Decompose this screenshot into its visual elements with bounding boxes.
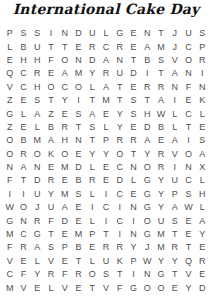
grid-cell-r2c6[interactable]: E <box>72 40 86 53</box>
grid-cell-r5c11[interactable]: R <box>140 81 154 94</box>
grid-cell-r18c11[interactable]: W <box>140 255 154 268</box>
grid-cell-r18c10[interactable]: P <box>127 255 141 268</box>
grid-cell-r16c2[interactable]: C <box>17 228 31 241</box>
grid-cell-r9c3[interactable]: M <box>30 134 44 147</box>
grid-cell-r3c4[interactable]: F <box>44 54 58 67</box>
grid-cell-r8c7[interactable]: S <box>85 121 99 134</box>
grid-cell-r10c13[interactable]: V <box>168 148 182 161</box>
grid-cell-r9c11[interactable]: A <box>140 134 154 147</box>
grid-cell-r5c15[interactable]: N <box>195 81 209 94</box>
grid-cell-r19c12[interactable]: G <box>154 268 168 281</box>
grid-cell-r4c9[interactable]: U <box>113 67 127 80</box>
grid-cell-r6c5[interactable]: Y <box>58 94 72 107</box>
grid-cell-r5c12[interactable]: R <box>154 81 168 94</box>
grid-cell-r20c12[interactable]: O <box>154 281 168 294</box>
grid-cell-r15c14[interactable]: E <box>182 214 196 227</box>
grid-cell-r20c7[interactable]: T <box>85 281 99 294</box>
grid-cell-r16c5[interactable]: E <box>58 228 72 241</box>
grid-cell-r14c9[interactable]: I <box>113 201 127 214</box>
grid-cell-r3c12[interactable]: S <box>154 54 168 67</box>
grid-cell-r13c12[interactable]: Y <box>154 188 168 201</box>
grid-cell-r19c13[interactable]: T <box>168 268 182 281</box>
grid-cell-r5c8[interactable]: A <box>99 81 113 94</box>
grid-cell-r11c6[interactable]: D <box>72 161 86 174</box>
grid-cell-r17c2[interactable]: R <box>17 241 31 254</box>
grid-cell-r8c8[interactable]: L <box>99 121 113 134</box>
grid-cell-r15c1[interactable]: G <box>3 214 17 227</box>
grid-cell-r15c5[interactable]: D <box>58 214 72 227</box>
grid-cell-r14c2[interactable]: O <box>17 201 31 214</box>
grid-cell-r6c4[interactable]: T <box>44 94 58 107</box>
grid-cell-r10c2[interactable]: R <box>17 148 31 161</box>
grid-cell-r7c12[interactable]: W <box>154 107 168 120</box>
grid-cell-r20c2[interactable]: V <box>17 281 31 294</box>
grid-cell-r4c3[interactable]: R <box>30 67 44 80</box>
grid-cell-r1c15[interactable]: S <box>195 27 209 40</box>
grid-cell-r2c4[interactable]: T <box>44 40 58 53</box>
grid-cell-r11c14[interactable]: N <box>182 161 196 174</box>
grid-cell-r9c12[interactable]: E <box>154 134 168 147</box>
grid-cell-r10c14[interactable]: O <box>182 148 196 161</box>
grid-cell-r6c3[interactable]: S <box>30 94 44 107</box>
grid-cell-r20c3[interactable]: E <box>30 281 44 294</box>
grid-cell-r4c12[interactable]: T <box>154 67 168 80</box>
grid-cell-r10c10[interactable]: T <box>127 148 141 161</box>
grid-cell-r13c10[interactable]: E <box>127 188 141 201</box>
grid-cell-r1c14[interactable]: U <box>182 27 196 40</box>
grid-cell-r1c5[interactable]: N <box>58 27 72 40</box>
grid-cell-r2c5[interactable]: T <box>58 40 72 53</box>
grid-cell-r20c5[interactable]: V <box>58 281 72 294</box>
grid-cell-r20c13[interactable]: E <box>168 281 182 294</box>
grid-cell-r18c4[interactable]: V <box>44 255 58 268</box>
grid-cell-r16c9[interactable]: I <box>113 228 127 241</box>
grid-cell-r7c8[interactable]: E <box>99 107 113 120</box>
grid-cell-r10c12[interactable]: R <box>154 148 168 161</box>
grid-cell-r13c15[interactable]: H <box>195 188 209 201</box>
grid-cell-r5c14[interactable]: F <box>182 81 196 94</box>
grid-cell-r1c2[interactable]: S <box>17 27 31 40</box>
grid-cell-r11c13[interactable]: I <box>168 161 182 174</box>
grid-cell-r6c14[interactable]: E <box>182 94 196 107</box>
grid-cell-r12c9[interactable]: D <box>113 174 127 187</box>
grid-cell-r4c8[interactable]: R <box>99 67 113 80</box>
grid-cell-r6c10[interactable]: S <box>127 94 141 107</box>
grid-cell-r6c15[interactable]: K <box>195 94 209 107</box>
grid-cell-r3c2[interactable]: H <box>17 54 31 67</box>
grid-cell-r5c9[interactable]: T <box>113 81 127 94</box>
grid-cell-r11c12[interactable]: R <box>154 161 168 174</box>
grid-cell-r5c7[interactable]: L <box>85 81 99 94</box>
grid-cell-r11c2[interactable]: A <box>17 161 31 174</box>
grid-cell-r2c8[interactable]: C <box>99 40 113 53</box>
grid-cell-r6c2[interactable]: E <box>17 94 31 107</box>
grid-cell-r5c6[interactable]: O <box>72 81 86 94</box>
grid-cell-r2c14[interactable]: C <box>182 40 196 53</box>
grid-cell-r1c7[interactable]: U <box>85 27 99 40</box>
grid-cell-r12c11[interactable]: G <box>140 174 154 187</box>
grid-cell-r7c2[interactable]: L <box>17 107 31 120</box>
grid-cell-r4c2[interactable]: C <box>17 67 31 80</box>
grid-cell-r20c9[interactable]: F <box>113 281 127 294</box>
grid-cell-r3c15[interactable]: R <box>195 54 209 67</box>
grid-cell-r17c7[interactable]: E <box>85 241 99 254</box>
grid-cell-r12c12[interactable]: Y <box>154 174 168 187</box>
grid-cell-r13c8[interactable]: I <box>99 188 113 201</box>
grid-cell-r11c9[interactable]: C <box>113 161 127 174</box>
grid-cell-r9c15[interactable]: S <box>195 134 209 147</box>
grid-cell-r16c8[interactable]: T <box>99 228 113 241</box>
grid-cell-r18c6[interactable]: T <box>72 255 86 268</box>
grid-cell-r13c2[interactable]: I <box>17 188 31 201</box>
grid-cell-r15c9[interactable]: C <box>113 214 127 227</box>
grid-cell-r4c4[interactable]: E <box>44 67 58 80</box>
grid-cell-r10c11[interactable]: Y <box>140 148 154 161</box>
grid-cell-r11c8[interactable]: E <box>99 161 113 174</box>
grid-cell-r18c3[interactable]: L <box>30 255 44 268</box>
grid-cell-r7c13[interactable]: L <box>168 107 182 120</box>
grid-cell-r19c1[interactable]: C <box>3 268 17 281</box>
grid-cell-r3c5[interactable]: O <box>58 54 72 67</box>
grid-cell-r8c15[interactable]: E <box>195 121 209 134</box>
grid-cell-r15c8[interactable]: I <box>99 214 113 227</box>
grid-cell-r9c13[interactable]: A <box>168 134 182 147</box>
grid-cell-r18c9[interactable]: K <box>113 255 127 268</box>
grid-cell-r3c14[interactable]: O <box>182 54 196 67</box>
grid-cell-r8c10[interactable]: E <box>127 121 141 134</box>
grid-cell-r15c6[interactable]: E <box>72 214 86 227</box>
grid-cell-r2c2[interactable]: B <box>17 40 31 53</box>
grid-cell-r5c3[interactable]: H <box>30 81 44 94</box>
grid-cell-r15c15[interactable]: A <box>195 214 209 227</box>
grid-cell-r4c10[interactable]: D <box>127 67 141 80</box>
grid-cell-r18c8[interactable]: U <box>99 255 113 268</box>
grid-cell-r20c10[interactable]: G <box>127 281 141 294</box>
grid-cell-r2c7[interactable]: R <box>85 40 99 53</box>
grid-cell-r14c8[interactable]: C <box>99 201 113 214</box>
grid-cell-r13c4[interactable]: Y <box>44 188 58 201</box>
grid-cell-r19c7[interactable]: O <box>85 268 99 281</box>
grid-cell-r12c14[interactable]: C <box>182 174 196 187</box>
grid-cell-r9c14[interactable]: I <box>182 134 196 147</box>
grid-cell-r9c10[interactable]: R <box>127 134 141 147</box>
grid-cell-r19c9[interactable]: T <box>113 268 127 281</box>
grid-cell-r9c9[interactable]: R <box>113 134 127 147</box>
grid-cell-r19c6[interactable]: R <box>72 268 86 281</box>
grid-cell-r9c5[interactable]: H <box>58 134 72 147</box>
grid-cell-r8c9[interactable]: Y <box>113 121 127 134</box>
grid-cell-r3c10[interactable]: T <box>127 54 141 67</box>
grid-cell-r12c1[interactable]: F <box>3 174 17 187</box>
grid-cell-r5c2[interactable]: C <box>17 81 31 94</box>
grid-cell-r13c9[interactable]: C <box>113 188 127 201</box>
grid-cell-r3c7[interactable]: D <box>85 54 99 67</box>
grid-cell-r18c7[interactable]: L <box>85 255 99 268</box>
grid-cell-r8c2[interactable]: E <box>17 121 31 134</box>
grid-cell-r7c4[interactable]: Z <box>44 107 58 120</box>
grid-cell-r13c11[interactable]: G <box>140 188 154 201</box>
grid-cell-r10c8[interactable]: Y <box>99 148 113 161</box>
grid-cell-r14c5[interactable]: A <box>58 201 72 214</box>
grid-cell-r20c4[interactable]: L <box>44 281 58 294</box>
grid-cell-r9c6[interactable]: N <box>72 134 86 147</box>
grid-cell-r17c3[interactable]: A <box>30 241 44 254</box>
grid-cell-r2c10[interactable]: E <box>127 40 141 53</box>
grid-cell-r11c15[interactable]: X <box>195 161 209 174</box>
grid-cell-r1c10[interactable]: E <box>127 27 141 40</box>
grid-cell-r17c4[interactable]: S <box>44 241 58 254</box>
grid-cell-r9c8[interactable]: P <box>99 134 113 147</box>
grid-cell-r1c11[interactable]: N <box>140 27 154 40</box>
grid-cell-r3c6[interactable]: N <box>72 54 86 67</box>
grid-cell-r16c14[interactable]: E <box>182 228 196 241</box>
grid-cell-r20c1[interactable]: M <box>3 281 17 294</box>
grid-cell-r3c8[interactable]: A <box>99 54 113 67</box>
grid-cell-r19c14[interactable]: V <box>182 268 196 281</box>
grid-cell-r13c13[interactable]: P <box>168 188 182 201</box>
grid-cell-r12c4[interactable]: R <box>44 174 58 187</box>
grid-cell-r17c9[interactable]: R <box>113 241 127 254</box>
grid-cell-r15c4[interactable]: F <box>44 214 58 227</box>
grid-cell-r6c9[interactable]: T <box>113 94 127 107</box>
grid-cell-r18c14[interactable]: Q <box>182 255 196 268</box>
grid-cell-r8c6[interactable]: T <box>72 121 86 134</box>
grid-cell-r1c9[interactable]: G <box>113 27 127 40</box>
grid-cell-r11c10[interactable]: N <box>127 161 141 174</box>
grid-cell-r20c14[interactable]: Y <box>182 281 196 294</box>
grid-cell-r3c9[interactable]: N <box>113 54 127 67</box>
grid-cell-r11c7[interactable]: L <box>85 161 99 174</box>
grid-cell-r4c1[interactable]: Q <box>3 67 17 80</box>
grid-cell-r16c12[interactable]: M <box>154 228 168 241</box>
grid-cell-r12c7[interactable]: R <box>85 174 99 187</box>
grid-cell-r16c10[interactable]: N <box>127 228 141 241</box>
grid-cell-r16c1[interactable]: M <box>3 228 17 241</box>
grid-cell-r1c6[interactable]: D <box>72 27 86 40</box>
grid-cell-r7c15[interactable]: L <box>195 107 209 120</box>
grid-cell-r10c6[interactable]: E <box>72 148 86 161</box>
grid-cell-r19c5[interactable]: F <box>58 268 72 281</box>
grid-cell-r14c6[interactable]: E <box>72 201 86 214</box>
grid-cell-r20c8[interactable]: V <box>99 281 113 294</box>
grid-cell-r18c15[interactable]: R <box>195 255 209 268</box>
grid-cell-r9c2[interactable]: B <box>17 134 31 147</box>
grid-cell-r17c6[interactable]: B <box>72 241 86 254</box>
grid-cell-r7c7[interactable]: A <box>85 107 99 120</box>
grid-cell-r11c1[interactable]: N <box>3 161 17 174</box>
grid-cell-r18c2[interactable]: E <box>17 255 31 268</box>
grid-cell-r4c11[interactable]: I <box>140 67 154 80</box>
grid-cell-r14c3[interactable]: J <box>30 201 44 214</box>
grid-cell-r6c8[interactable]: M <box>99 94 113 107</box>
grid-cell-r3c3[interactable]: H <box>30 54 44 67</box>
grid-cell-r10c15[interactable]: A <box>195 148 209 161</box>
grid-cell-r17c11[interactable]: J <box>140 241 154 254</box>
grid-cell-r19c8[interactable]: S <box>99 268 113 281</box>
grid-cell-r7c10[interactable]: S <box>127 107 141 120</box>
grid-cell-r2c15[interactable]: P <box>195 40 209 53</box>
grid-cell-r4c7[interactable]: Y <box>85 67 99 80</box>
grid-cell-r18c12[interactable]: Y <box>154 255 168 268</box>
grid-cell-r17c1[interactable]: F <box>3 241 17 254</box>
grid-cell-r17c14[interactable]: T <box>182 241 196 254</box>
grid-cell-r8c13[interactable]: L <box>168 121 182 134</box>
grid-cell-r6c6[interactable]: I <box>72 94 86 107</box>
grid-cell-r12c13[interactable]: U <box>168 174 182 187</box>
grid-cell-r6c1[interactable]: Z <box>3 94 17 107</box>
grid-cell-r13c3[interactable]: U <box>30 188 44 201</box>
grid-cell-r14c14[interactable]: W <box>182 201 196 214</box>
grid-cell-r8c11[interactable]: D <box>140 121 154 134</box>
grid-cell-r19c15[interactable]: E <box>195 268 209 281</box>
grid-cell-r6c7[interactable]: T <box>85 94 99 107</box>
grid-cell-r15c3[interactable]: R <box>30 214 44 227</box>
grid-cell-r7c3[interactable]: A <box>30 107 44 120</box>
grid-cell-r9c7[interactable]: T <box>85 134 99 147</box>
grid-cell-r14c7[interactable]: I <box>85 201 99 214</box>
grid-cell-r11c3[interactable]: N <box>30 161 44 174</box>
grid-cell-r18c5[interactable]: E <box>58 255 72 268</box>
grid-cell-r14c11[interactable]: G <box>140 201 154 214</box>
grid-cell-r8c5[interactable]: R <box>58 121 72 134</box>
grid-cell-r2c1[interactable]: L <box>3 40 17 53</box>
grid-cell-r13c6[interactable]: S <box>72 188 86 201</box>
grid-cell-r15c12[interactable]: U <box>154 214 168 227</box>
grid-cell-r8c3[interactable]: L <box>30 121 44 134</box>
grid-cell-r11c4[interactable]: E <box>44 161 58 174</box>
grid-cell-r16c15[interactable]: Y <box>195 228 209 241</box>
grid-cell-r19c4[interactable]: R <box>44 268 58 281</box>
grid-cell-r5c1[interactable]: V <box>3 81 17 94</box>
grid-cell-r1c12[interactable]: T <box>154 27 168 40</box>
grid-cell-r2c9[interactable]: R <box>113 40 127 53</box>
grid-cell-r16c7[interactable]: P <box>85 228 99 241</box>
grid-cell-r17c12[interactable]: M <box>154 241 168 254</box>
grid-cell-r7c11[interactable]: H <box>140 107 154 120</box>
grid-cell-r14c12[interactable]: Y <box>154 201 168 214</box>
grid-cell-r17c5[interactable]: P <box>58 241 72 254</box>
grid-cell-r13c5[interactable]: M <box>58 188 72 201</box>
grid-cell-r12c3[interactable]: D <box>30 174 44 187</box>
grid-cell-r9c4[interactable]: A <box>44 134 58 147</box>
grid-cell-r1c8[interactable]: L <box>99 27 113 40</box>
grid-cell-r7c6[interactable]: S <box>72 107 86 120</box>
grid-cell-r9c1[interactable]: O <box>3 134 17 147</box>
grid-cell-r20c6[interactable]: E <box>72 281 86 294</box>
grid-cell-r14c13[interactable]: A <box>168 201 182 214</box>
grid-cell-r5c13[interactable]: N <box>168 81 182 94</box>
grid-cell-r8c12[interactable]: B <box>154 121 168 134</box>
grid-cell-r10c4[interactable]: K <box>44 148 58 161</box>
grid-cell-r4c15[interactable]: I <box>195 67 209 80</box>
grid-cell-r3c1[interactable]: E <box>3 54 17 67</box>
grid-cell-r2c13[interactable]: J <box>168 40 182 53</box>
grid-cell-r6c13[interactable]: I <box>168 94 182 107</box>
grid-cell-r1c13[interactable]: J <box>168 27 182 40</box>
grid-cell-r15c2[interactable]: N <box>17 214 31 227</box>
grid-cell-r6c12[interactable]: A <box>154 94 168 107</box>
grid-cell-r13c1[interactable]: I <box>3 188 17 201</box>
grid-cell-r18c1[interactable]: V <box>3 255 17 268</box>
grid-cell-r13c14[interactable]: S <box>182 188 196 201</box>
grid-cell-r12c15[interactable]: L <box>195 174 209 187</box>
grid-cell-r14c15[interactable]: L <box>195 201 209 214</box>
grid-cell-r7c1[interactable]: G <box>3 107 17 120</box>
grid-cell-r16c13[interactable]: T <box>168 228 182 241</box>
grid-cell-r4c5[interactable]: A <box>58 67 72 80</box>
grid-cell-r14c4[interactable]: U <box>44 201 58 214</box>
grid-cell-r17c8[interactable]: R <box>99 241 113 254</box>
grid-cell-r19c2[interactable]: F <box>17 268 31 281</box>
grid-cell-r20c11[interactable]: O <box>140 281 154 294</box>
grid-cell-r10c5[interactable]: O <box>58 148 72 161</box>
grid-cell-r16c6[interactable]: M <box>72 228 86 241</box>
grid-cell-r19c10[interactable]: I <box>127 268 141 281</box>
grid-cell-r15c11[interactable]: O <box>140 214 154 227</box>
grid-cell-r4c6[interactable]: M <box>72 67 86 80</box>
grid-cell-r8c4[interactable]: B <box>44 121 58 134</box>
grid-cell-r7c5[interactable]: E <box>58 107 72 120</box>
grid-cell-r18c13[interactable]: Y <box>168 255 182 268</box>
grid-cell-r5c5[interactable]: C <box>58 81 72 94</box>
grid-cell-r8c14[interactable]: T <box>182 121 196 134</box>
grid-cell-r4c14[interactable]: N <box>182 67 196 80</box>
grid-cell-r11c11[interactable]: O <box>140 161 154 174</box>
grid-cell-r19c3[interactable]: Y <box>30 268 44 281</box>
grid-cell-r14c10[interactable]: N <box>127 201 141 214</box>
grid-cell-r16c3[interactable]: G <box>30 228 44 241</box>
grid-cell-r15c10[interactable]: I <box>127 214 141 227</box>
grid-cell-r1c1[interactable]: P <box>3 27 17 40</box>
grid-cell-r5c4[interactable]: O <box>44 81 58 94</box>
grid-cell-r6c11[interactable]: T <box>140 94 154 107</box>
grid-cell-r2c11[interactable]: A <box>140 40 154 53</box>
grid-cell-r3c13[interactable]: V <box>168 54 182 67</box>
grid-cell-r16c4[interactable]: T <box>44 228 58 241</box>
grid-cell-r12c10[interactable]: L <box>127 174 141 187</box>
grid-cell-r7c14[interactable]: C <box>182 107 196 120</box>
grid-cell-r12c5[interactable]: E <box>58 174 72 187</box>
grid-cell-r17c10[interactable]: Y <box>127 241 141 254</box>
grid-cell-r17c13[interactable]: R <box>168 241 182 254</box>
grid-cell-r20c15[interactable]: D <box>195 281 209 294</box>
grid-cell-r13c7[interactable]: L <box>85 188 99 201</box>
grid-cell-r1c4[interactable]: I <box>44 27 58 40</box>
grid-cell-r15c13[interactable]: S <box>168 214 182 227</box>
grid-cell-r19c11[interactable]: N <box>140 268 154 281</box>
grid-cell-r12c8[interactable]: E <box>99 174 113 187</box>
grid-cell-r12c6[interactable]: B <box>72 174 86 187</box>
grid-cell-r15c7[interactable]: L <box>85 214 99 227</box>
grid-cell-r11c5[interactable]: M <box>58 161 72 174</box>
grid-cell-r1c3[interactable]: S <box>30 27 44 40</box>
grid-cell-r10c3[interactable]: O <box>30 148 44 161</box>
grid-cell-r2c3[interactable]: U <box>30 40 44 53</box>
grid-cell-r8c1[interactable]: Z <box>3 121 17 134</box>
grid-cell-r16c11[interactable]: G <box>140 228 154 241</box>
grid-cell-r14c1[interactable]: W <box>3 201 17 214</box>
grid-cell-r10c9[interactable]: O <box>113 148 127 161</box>
grid-cell-r10c1[interactable]: O <box>3 148 17 161</box>
grid-cell-r17c15[interactable]: E <box>195 241 209 254</box>
grid-cell-r10c7[interactable]: Y <box>85 148 99 161</box>
grid-cell-r4c13[interactable]: A <box>168 67 182 80</box>
grid-cell-r3c11[interactable]: B <box>140 54 154 67</box>
grid-cell-r7c9[interactable]: Y <box>113 107 127 120</box>
grid-cell-r2c12[interactable]: M <box>154 40 168 53</box>
grid-cell-r12c2[interactable]: T <box>17 174 31 187</box>
grid-cell-r5c10[interactable]: E <box>127 81 141 94</box>
